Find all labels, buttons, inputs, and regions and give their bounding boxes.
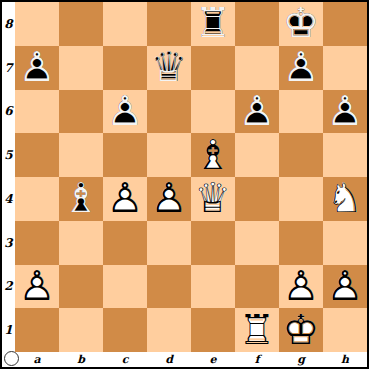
piece-glyph-outline: ♙ bbox=[279, 46, 323, 90]
piece-glyph-fill: ♚ bbox=[279, 2, 323, 46]
piece-glyph-outline: ♗ bbox=[191, 133, 235, 177]
piece-white-rook[interactable]: ♜♖ bbox=[235, 308, 279, 352]
rank-label-3: 3 bbox=[2, 221, 15, 265]
square-a6[interactable] bbox=[15, 90, 59, 134]
piece-glyph-outline: ♙ bbox=[323, 90, 367, 134]
square-g1[interactable]: ♚♔ bbox=[279, 308, 323, 352]
square-f4[interactable] bbox=[235, 177, 279, 221]
square-g6[interactable] bbox=[279, 90, 323, 134]
square-a8[interactable] bbox=[15, 2, 59, 46]
square-c4[interactable]: ♟♙ bbox=[103, 177, 147, 221]
piece-glyph-outline: ♕ bbox=[147, 46, 191, 90]
square-h3[interactable] bbox=[323, 221, 367, 265]
square-e1[interactable] bbox=[191, 308, 235, 352]
file-label-d: d bbox=[147, 352, 191, 367]
piece-black-pawn[interactable]: ♟♙ bbox=[279, 46, 323, 90]
piece-glyph-fill: ♟ bbox=[235, 90, 279, 134]
square-d8[interactable] bbox=[147, 2, 191, 46]
square-a4[interactable] bbox=[15, 177, 59, 221]
piece-glyph-outline: ♘ bbox=[323, 177, 367, 221]
square-d2[interactable] bbox=[147, 265, 191, 309]
square-h4[interactable]: ♞♘ bbox=[323, 177, 367, 221]
square-f7[interactable] bbox=[235, 46, 279, 90]
piece-glyph-fill: ♟ bbox=[323, 265, 367, 309]
piece-white-knight[interactable]: ♞♘ bbox=[323, 177, 367, 221]
piece-white-queen[interactable]: ♛♕ bbox=[191, 177, 235, 221]
square-e3[interactable] bbox=[191, 221, 235, 265]
rank-label-2: 2 bbox=[2, 265, 15, 309]
square-e5[interactable]: ♝♗ bbox=[191, 133, 235, 177]
chess-board-diagram: 8♜♖♚♔7♟♙♛♕♟♙6♟♙♟♙♟♙5♝♗4♝♗♟♙♟♙♛♕♞♘32♟♙♟♙♟… bbox=[0, 0, 369, 369]
piece-glyph-fill: ♛ bbox=[191, 177, 235, 221]
square-d1[interactable] bbox=[147, 308, 191, 352]
piece-black-queen[interactable]: ♛♕ bbox=[147, 46, 191, 90]
piece-glyph-outline: ♔ bbox=[279, 308, 323, 352]
square-b6[interactable] bbox=[59, 90, 103, 134]
square-a1[interactable] bbox=[15, 308, 59, 352]
piece-glyph-fill: ♟ bbox=[15, 265, 59, 309]
piece-white-bishop[interactable]: ♝♗ bbox=[191, 133, 235, 177]
square-e8[interactable]: ♜♖ bbox=[191, 2, 235, 46]
rank-label-1: 1 bbox=[2, 308, 15, 352]
square-g4[interactable] bbox=[279, 177, 323, 221]
file-label-b: b bbox=[59, 352, 103, 367]
rank-label-4: 4 bbox=[2, 177, 15, 221]
square-h6[interactable]: ♟♙ bbox=[323, 90, 367, 134]
piece-white-pawn[interactable]: ♟♙ bbox=[323, 265, 367, 309]
file-label-f: f bbox=[235, 352, 279, 367]
square-d3[interactable] bbox=[147, 221, 191, 265]
file-label-h: h bbox=[323, 352, 367, 367]
piece-glyph-outline: ♙ bbox=[15, 265, 59, 309]
square-d6[interactable] bbox=[147, 90, 191, 134]
file-label-a: a bbox=[15, 352, 59, 367]
piece-white-king[interactable]: ♚♔ bbox=[279, 308, 323, 352]
square-e2[interactable] bbox=[191, 265, 235, 309]
piece-glyph-fill: ♝ bbox=[191, 133, 235, 177]
piece-glyph-outline: ♙ bbox=[323, 265, 367, 309]
piece-white-pawn[interactable]: ♟♙ bbox=[279, 265, 323, 309]
piece-glyph-fill: ♟ bbox=[15, 46, 59, 90]
square-h8[interactable] bbox=[323, 2, 367, 46]
file-label-c: c bbox=[103, 352, 147, 367]
square-f5[interactable] bbox=[235, 133, 279, 177]
piece-black-king[interactable]: ♚♔ bbox=[279, 2, 323, 46]
square-c8[interactable] bbox=[103, 2, 147, 46]
piece-black-pawn[interactable]: ♟♙ bbox=[323, 90, 367, 134]
piece-glyph-outline: ♔ bbox=[279, 2, 323, 46]
square-b5[interactable] bbox=[59, 133, 103, 177]
square-g5[interactable] bbox=[279, 133, 323, 177]
piece-black-rook[interactable]: ♜♖ bbox=[191, 2, 235, 46]
square-a5[interactable] bbox=[15, 133, 59, 177]
piece-glyph-outline: ♙ bbox=[279, 265, 323, 309]
piece-glyph-fill: ♞ bbox=[323, 177, 367, 221]
square-d5[interactable] bbox=[147, 133, 191, 177]
file-label-e: e bbox=[191, 352, 235, 367]
square-h7[interactable] bbox=[323, 46, 367, 90]
square-b4[interactable]: ♝♗ bbox=[59, 177, 103, 221]
file-label-g: g bbox=[279, 352, 323, 367]
square-f8[interactable] bbox=[235, 2, 279, 46]
piece-glyph-outline: ♗ bbox=[59, 177, 103, 221]
square-c7[interactable] bbox=[103, 46, 147, 90]
square-c2[interactable] bbox=[103, 265, 147, 309]
square-g3[interactable] bbox=[279, 221, 323, 265]
square-d4[interactable]: ♟♙ bbox=[147, 177, 191, 221]
square-c1[interactable] bbox=[103, 308, 147, 352]
square-a2[interactable]: ♟♙ bbox=[15, 265, 59, 309]
piece-white-pawn[interactable]: ♟♙ bbox=[15, 265, 59, 309]
piece-glyph-fill: ♜ bbox=[191, 2, 235, 46]
square-a3[interactable] bbox=[15, 221, 59, 265]
piece-glyph-fill: ♟ bbox=[103, 177, 147, 221]
square-g8[interactable]: ♚♔ bbox=[279, 2, 323, 46]
square-c5[interactable] bbox=[103, 133, 147, 177]
rank-label-6: 6 bbox=[2, 90, 15, 134]
piece-glyph-outline: ♖ bbox=[191, 2, 235, 46]
piece-glyph-outline: ♙ bbox=[147, 177, 191, 221]
piece-white-pawn[interactable]: ♟♙ bbox=[147, 177, 191, 221]
square-h5[interactable] bbox=[323, 133, 367, 177]
square-e4[interactable]: ♛♕ bbox=[191, 177, 235, 221]
square-g2[interactable]: ♟♙ bbox=[279, 265, 323, 309]
piece-glyph-fill: ♟ bbox=[279, 265, 323, 309]
piece-glyph-outline: ♙ bbox=[235, 90, 279, 134]
square-c3[interactable] bbox=[103, 221, 147, 265]
square-b3[interactable] bbox=[59, 221, 103, 265]
piece-glyph-fill: ♚ bbox=[279, 308, 323, 352]
piece-glyph-outline: ♕ bbox=[191, 177, 235, 221]
rank-label-5: 5 bbox=[2, 133, 15, 177]
square-b1[interactable] bbox=[59, 308, 103, 352]
rank-label-8: 8 bbox=[2, 2, 15, 46]
square-h1[interactable] bbox=[323, 308, 367, 352]
square-g7[interactable]: ♟♙ bbox=[279, 46, 323, 90]
piece-black-pawn[interactable]: ♟♙ bbox=[15, 46, 59, 90]
piece-glyph-outline: ♙ bbox=[15, 46, 59, 90]
rank-label-7: 7 bbox=[2, 46, 15, 90]
square-d7[interactable]: ♛♕ bbox=[147, 46, 191, 90]
square-a7[interactable]: ♟♙ bbox=[15, 46, 59, 90]
square-e7[interactable] bbox=[191, 46, 235, 90]
piece-white-pawn[interactable]: ♟♙ bbox=[103, 177, 147, 221]
piece-glyph-fill: ♛ bbox=[147, 46, 191, 90]
square-c6[interactable]: ♟♙ bbox=[103, 90, 147, 134]
square-b7[interactable] bbox=[59, 46, 103, 90]
square-f3[interactable] bbox=[235, 221, 279, 265]
square-h2[interactable]: ♟♙ bbox=[323, 265, 367, 309]
square-b2[interactable] bbox=[59, 265, 103, 309]
square-f6[interactable]: ♟♙ bbox=[235, 90, 279, 134]
piece-glyph-outline: ♙ bbox=[103, 90, 147, 134]
piece-glyph-fill: ♟ bbox=[279, 46, 323, 90]
white-to-move-indicator bbox=[4, 351, 19, 366]
piece-glyph-fill: ♟ bbox=[323, 90, 367, 134]
square-f2[interactable] bbox=[235, 265, 279, 309]
piece-glyph-outline: ♙ bbox=[103, 177, 147, 221]
square-e6[interactable] bbox=[191, 90, 235, 134]
chess-board: 8♜♖♚♔7♟♙♛♕♟♙6♟♙♟♙♟♙5♝♗4♝♗♟♙♟♙♛♕♞♘32♟♙♟♙♟… bbox=[2, 2, 367, 367]
square-f1[interactable]: ♜♖ bbox=[235, 308, 279, 352]
piece-glyph-fill: ♝ bbox=[59, 177, 103, 221]
piece-glyph-fill: ♟ bbox=[147, 177, 191, 221]
piece-black-pawn[interactable]: ♟♙ bbox=[235, 90, 279, 134]
piece-black-pawn[interactable]: ♟♙ bbox=[103, 90, 147, 134]
piece-glyph-outline: ♖ bbox=[235, 308, 279, 352]
piece-glyph-fill: ♟ bbox=[103, 90, 147, 134]
piece-glyph-fill: ♜ bbox=[235, 308, 279, 352]
square-b8[interactable] bbox=[59, 2, 103, 46]
piece-black-bishop[interactable]: ♝♗ bbox=[59, 177, 103, 221]
